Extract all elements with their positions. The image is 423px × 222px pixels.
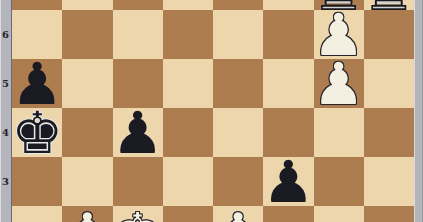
square-e3[interactable] xyxy=(213,157,263,206)
board-right-border xyxy=(414,0,423,222)
square-g3[interactable] xyxy=(314,157,364,206)
square-f5[interactable] xyxy=(263,59,313,108)
rank-label-6: 6 xyxy=(0,29,11,40)
square-h7[interactable]: ♜ xyxy=(364,0,414,10)
square-g5[interactable]: ♟ xyxy=(314,59,364,108)
black-pawn-c4[interactable]: ♟ xyxy=(112,104,164,162)
square-a7[interactable] xyxy=(12,0,62,10)
square-d6[interactable] xyxy=(163,10,213,59)
square-d3[interactable] xyxy=(163,157,213,206)
square-g2[interactable] xyxy=(314,206,364,222)
square-d7[interactable] xyxy=(163,0,213,10)
chess-board: ♜ ♜ ♟ ♟ ♟ ♚ ♟ ♟ xyxy=(12,0,414,222)
square-e6[interactable] xyxy=(213,10,263,59)
square-c7[interactable] xyxy=(113,0,163,10)
board-left-border: 6 5 4 3 xyxy=(0,0,12,222)
black-rook-h7[interactable]: ♜ xyxy=(364,0,414,10)
chess-board-screenshot: ♜ ♜ ♟ ♟ ♟ ♚ ♟ ♟ xyxy=(0,0,423,222)
square-e4[interactable] xyxy=(213,108,263,157)
square-b2[interactable]: ♟ xyxy=(62,206,112,222)
square-a4[interactable]: ♚ xyxy=(12,108,62,157)
square-h5[interactable] xyxy=(364,59,414,108)
white-pawn-g5[interactable]: ♟ xyxy=(313,55,365,113)
square-e7[interactable] xyxy=(213,0,263,10)
square-h6[interactable] xyxy=(364,10,414,59)
square-b7[interactable] xyxy=(62,0,112,10)
square-h4[interactable] xyxy=(364,108,414,157)
square-c4[interactable]: ♟ xyxy=(113,108,163,157)
white-pawn-e2[interactable]: ♟ xyxy=(213,209,263,222)
square-f6[interactable] xyxy=(263,10,313,59)
black-king-a4[interactable]: ♚ xyxy=(11,104,63,162)
square-f7[interactable] xyxy=(263,0,313,10)
black-pawn-f3[interactable]: ♟ xyxy=(262,153,314,211)
square-e5[interactable] xyxy=(213,59,263,108)
square-h2[interactable] xyxy=(364,206,414,222)
square-g4[interactable] xyxy=(314,108,364,157)
square-b6[interactable] xyxy=(62,10,112,59)
square-f3[interactable]: ♟ xyxy=(263,157,313,206)
square-c3[interactable] xyxy=(113,157,163,206)
white-king-c2[interactable]: ♚ xyxy=(113,209,163,222)
square-e2[interactable]: ♟ xyxy=(213,206,263,222)
square-d5[interactable] xyxy=(163,59,213,108)
square-h3[interactable] xyxy=(364,157,414,206)
square-f2[interactable] xyxy=(263,206,313,222)
rank-label-5: 5 xyxy=(0,78,11,89)
square-a3[interactable] xyxy=(12,157,62,206)
square-a2[interactable] xyxy=(12,206,62,222)
square-b3[interactable] xyxy=(62,157,112,206)
square-b5[interactable] xyxy=(62,59,112,108)
square-b4[interactable] xyxy=(62,108,112,157)
square-c2[interactable]: ♚ xyxy=(113,206,163,222)
square-d2[interactable] xyxy=(163,206,213,222)
rank-label-4: 4 xyxy=(0,127,11,138)
rank-label-3: 3 xyxy=(0,176,11,187)
square-d4[interactable] xyxy=(163,108,213,157)
white-pawn-b2[interactable]: ♟ xyxy=(62,209,112,222)
square-c6[interactable] xyxy=(113,10,163,59)
